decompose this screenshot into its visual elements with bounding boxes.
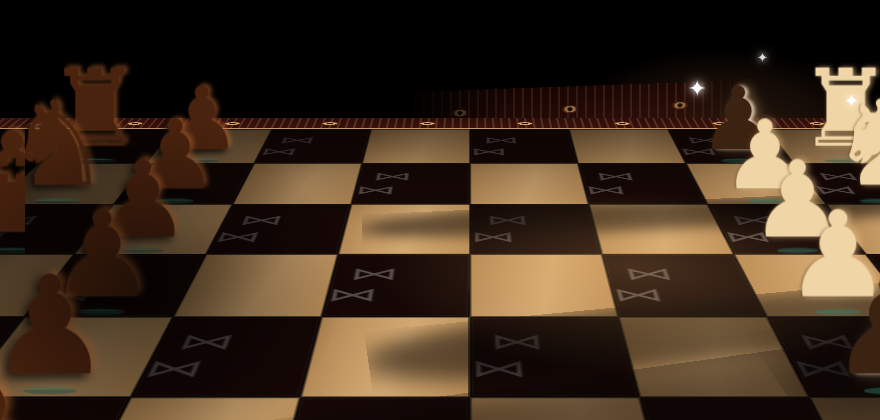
carved-inlay-pattern: ⋈ ⋈ [470,134,577,159]
square-h4: ⋈ ⋈ [470,129,578,163]
square-e4 [470,254,618,317]
sparkle-icon: ✦ [757,50,768,65]
square-h3 [569,129,686,163]
square-g3: ⋈ ⋈ [578,163,708,204]
lighting-overlay-vignette [0,70,400,420]
square-g4 [470,163,589,204]
carved-inlay-pattern: ⋈ ⋈ [579,169,704,198]
sparkle-icon: ✦ [688,76,706,101]
white-pawn: ♟ [829,261,880,391]
chessboard-photo: ⋈ ⋈♜♟⋈ ⋈⋈ ⋈⋈ ⋈♟♜♞⋈ ⋈♟⋈ ⋈⋈ ⋈♟⋈ ⋈♞⋈ ⋈♝♟⋈ ⋈… [0,0,880,420]
sparkle-icon: ✦ [844,90,859,111]
